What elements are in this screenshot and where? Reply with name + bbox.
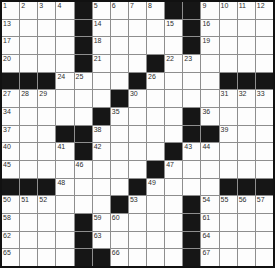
clue-number-14: 14 <box>94 20 102 28</box>
cell-r11c4[interactable]: 48 <box>56 179 73 196</box>
cell-r15c3[interactable] <box>38 249 55 266</box>
cell-r4c13[interactable] <box>220 55 237 72</box>
clue-number-27: 27 <box>3 90 11 98</box>
cell-r10c7[interactable] <box>111 161 128 178</box>
cell-r3c12[interactable]: 19 <box>201 37 218 54</box>
cell-r6c15[interactable]: 33 <box>256 90 273 107</box>
black-cell-r5c13 <box>220 73 237 90</box>
cell-r4c1[interactable]: 20 <box>2 55 19 72</box>
clue-number-11: 11 <box>239 2 246 10</box>
cell-r13c12[interactable]: 61 <box>201 214 218 231</box>
cell-r6c10[interactable] <box>165 90 182 107</box>
clue-number-67: 67 <box>202 249 210 257</box>
cell-r11c11[interactable] <box>183 179 200 196</box>
clue-number-3: 3 <box>39 2 43 10</box>
cell-r3c6[interactable]: 18 <box>93 37 110 54</box>
cell-r3c10[interactable] <box>165 37 182 54</box>
cell-r10c2[interactable] <box>20 161 37 178</box>
cell-r1c8[interactable]: 7 <box>129 2 146 19</box>
cell-r10c1[interactable]: 45 <box>2 161 19 178</box>
cell-r9c6[interactable]: 42 <box>93 143 110 160</box>
black-cell-r11c14 <box>238 179 255 196</box>
black-cell-r8c12 <box>201 126 218 143</box>
cell-r8c3[interactable] <box>38 126 55 143</box>
cell-r6c1[interactable]: 27 <box>2 90 19 107</box>
cell-r10c6[interactable] <box>93 161 110 178</box>
cell-r2c6[interactable]: 14 <box>93 20 110 37</box>
black-cell-r11c2 <box>20 179 37 196</box>
clue-number-33: 33 <box>257 90 265 98</box>
cell-r10c11[interactable] <box>183 161 200 178</box>
cell-r1c1[interactable]: 1 <box>2 2 19 19</box>
cell-r10c4[interactable] <box>56 161 73 178</box>
cell-r10c15[interactable] <box>256 161 273 178</box>
cell-r11c9[interactable]: 49 <box>147 179 164 196</box>
cell-r8c14[interactable] <box>238 126 255 143</box>
cell-r1c14[interactable]: 11 <box>238 2 255 19</box>
cell-r3c7[interactable] <box>111 37 128 54</box>
cell-r2c15[interactable] <box>256 20 273 37</box>
cell-r7c10[interactable] <box>165 108 182 125</box>
cell-r7c8[interactable] <box>129 108 146 125</box>
clue-number-60: 60 <box>112 214 120 222</box>
cell-r2c10[interactable]: 15 <box>165 20 182 37</box>
cell-r4c4[interactable] <box>56 55 73 72</box>
black-cell-r5c8 <box>129 73 146 90</box>
clue-number-37: 37 <box>3 126 11 134</box>
cell-r10c12[interactable] <box>201 161 218 178</box>
clue-number-16: 16 <box>202 20 210 28</box>
black-cell-r15c5 <box>75 249 92 266</box>
clue-number-35: 35 <box>112 108 120 116</box>
cell-r2c7[interactable] <box>111 20 128 37</box>
cell-r1c15[interactable]: 12 <box>256 2 273 19</box>
cell-r3c9[interactable] <box>147 37 164 54</box>
cell-r6c12[interactable] <box>201 90 218 107</box>
cell-r5c6[interactable] <box>93 73 110 90</box>
black-cell-r1c5 <box>75 2 92 19</box>
cell-r9c14[interactable] <box>238 143 255 160</box>
clue-number-6: 6 <box>112 2 116 10</box>
cell-r13c14[interactable] <box>238 214 255 231</box>
black-cell-r4c5 <box>75 55 92 72</box>
black-cell-r12c11 <box>183 196 200 213</box>
cell-r2c3[interactable] <box>38 20 55 37</box>
cell-r3c15[interactable] <box>256 37 273 54</box>
black-cell-r1c10 <box>165 2 182 19</box>
clue-number-10: 10 <box>221 2 229 10</box>
clue-number-29: 29 <box>39 90 47 98</box>
cell-r12c10[interactable] <box>165 196 182 213</box>
clue-number-36: 36 <box>202 108 210 116</box>
cell-r9c2[interactable] <box>20 143 37 160</box>
cell-r13c6[interactable]: 59 <box>93 214 110 231</box>
cell-r4c14[interactable] <box>238 55 255 72</box>
cell-r9c15[interactable] <box>256 143 273 160</box>
clue-number-59: 59 <box>94 214 102 222</box>
black-cell-r11c1 <box>2 179 19 196</box>
clue-number-43: 43 <box>184 143 192 151</box>
cell-r12c3[interactable]: 52 <box>38 196 55 213</box>
cell-r3c8[interactable] <box>129 37 146 54</box>
cell-r10c13[interactable] <box>220 161 237 178</box>
cell-r4c7[interactable] <box>111 55 128 72</box>
cell-r3c4[interactable] <box>56 37 73 54</box>
clue-number-61: 61 <box>202 214 210 222</box>
cell-r7c1[interactable]: 34 <box>2 108 19 125</box>
cell-r9c13[interactable] <box>220 143 237 160</box>
cell-r2c12[interactable]: 16 <box>201 20 218 37</box>
clue-number-65: 65 <box>3 249 11 257</box>
cell-r1c9[interactable]: 8 <box>147 2 164 19</box>
cell-r6c6[interactable] <box>93 90 110 107</box>
cell-r10c5[interactable]: 46 <box>75 161 92 178</box>
cell-r15c7[interactable]: 66 <box>111 249 128 266</box>
clue-number-9: 9 <box>202 2 206 10</box>
cell-r13c13[interactable] <box>220 214 237 231</box>
cell-r5c12[interactable] <box>201 73 218 90</box>
clue-number-32: 32 <box>239 90 247 98</box>
black-cell-r2c11 <box>183 20 200 37</box>
cell-r7c7[interactable]: 35 <box>111 108 128 125</box>
cell-r15c1[interactable]: 65 <box>2 249 19 266</box>
clue-number-22: 22 <box>166 55 174 63</box>
clue-number-62: 62 <box>3 232 11 240</box>
clue-number-7: 7 <box>130 2 134 10</box>
cell-r15c4[interactable] <box>56 249 73 266</box>
cell-r3c3[interactable] <box>38 37 55 54</box>
cell-r12c1[interactable]: 50 <box>2 196 19 213</box>
black-cell-r15c11 <box>183 249 200 266</box>
cell-r5c4[interactable]: 24 <box>56 73 73 90</box>
cell-r6c13[interactable]: 31 <box>220 90 237 107</box>
cell-r10c3[interactable] <box>38 161 55 178</box>
cell-r15c10[interactable] <box>165 249 182 266</box>
clue-number-31: 31 <box>221 90 229 98</box>
black-cell-r3c11 <box>183 37 200 54</box>
cell-r7c5[interactable] <box>75 108 92 125</box>
cell-r3c14[interactable] <box>238 37 255 54</box>
cell-r11c10[interactable] <box>165 179 182 196</box>
cell-r13c4[interactable] <box>56 214 73 231</box>
clue-number-12: 12 <box>257 2 265 10</box>
cell-r10c14[interactable] <box>238 161 255 178</box>
black-cell-r12c7 <box>111 196 128 213</box>
black-cell-r8c5 <box>75 126 92 143</box>
black-cell-r13c5 <box>75 214 92 231</box>
cell-r8c15[interactable] <box>256 126 273 143</box>
cell-r4c15[interactable] <box>256 55 273 72</box>
cell-r14c14[interactable] <box>238 232 255 249</box>
clue-number-56: 56 <box>239 196 247 204</box>
black-cell-r7c6 <box>93 108 110 125</box>
black-cell-r7c11 <box>183 108 200 125</box>
clue-number-57: 57 <box>257 196 265 204</box>
black-cell-r11c8 <box>129 179 146 196</box>
cell-r9c4[interactable]: 41 <box>56 143 73 160</box>
cell-r1c4[interactable]: 4 <box>56 2 73 19</box>
cell-r4c12[interactable] <box>201 55 218 72</box>
cell-r7c2[interactable] <box>20 108 37 125</box>
cell-r3c2[interactable] <box>20 37 37 54</box>
black-cell-r8c11 <box>183 126 200 143</box>
black-cell-r10c9 <box>147 161 164 178</box>
cell-r14c4[interactable] <box>56 232 73 249</box>
clue-number-54: 54 <box>202 196 210 204</box>
clue-number-21: 21 <box>94 55 102 63</box>
cell-r15c2[interactable] <box>20 249 37 266</box>
black-cell-r13c11 <box>183 214 200 231</box>
clue-number-2: 2 <box>21 2 25 10</box>
cell-r1c6[interactable]: 5 <box>93 2 110 19</box>
black-cell-r4c9 <box>147 55 164 72</box>
black-cell-r11c15 <box>256 179 273 196</box>
cell-r13c7[interactable]: 60 <box>111 214 128 231</box>
cell-r4c6[interactable]: 21 <box>93 55 110 72</box>
cell-r12c13[interactable]: 55 <box>220 196 237 213</box>
cell-r6c5[interactable] <box>75 90 92 107</box>
clue-number-1: 1 <box>3 2 7 10</box>
cell-r7c4[interactable] <box>56 108 73 125</box>
black-cell-r14c11 <box>183 232 200 249</box>
cell-r5c5[interactable]: 25 <box>75 73 92 90</box>
clue-number-5: 5 <box>94 2 98 10</box>
cell-r8c9[interactable] <box>147 126 164 143</box>
cell-r4c10[interactable]: 22 <box>165 55 182 72</box>
clue-number-48: 48 <box>57 179 65 187</box>
clue-number-49: 49 <box>148 179 156 187</box>
cell-r7c3[interactable] <box>38 108 55 125</box>
clue-number-44: 44 <box>202 143 210 151</box>
cell-r8c1[interactable]: 37 <box>2 126 19 143</box>
clue-number-26: 26 <box>148 73 156 81</box>
cell-r4c2[interactable] <box>20 55 37 72</box>
black-cell-r1c11 <box>183 2 200 19</box>
clue-number-23: 23 <box>184 55 192 63</box>
clue-number-30: 30 <box>130 90 138 98</box>
cell-r12c14[interactable]: 56 <box>238 196 255 213</box>
cell-r15c13[interactable] <box>220 249 237 266</box>
cell-r7c9[interactable] <box>147 108 164 125</box>
black-cell-r5c2 <box>20 73 37 90</box>
cell-r4c3[interactable] <box>38 55 55 72</box>
clue-number-28: 28 <box>21 90 29 98</box>
cell-r1c12[interactable]: 9 <box>201 2 218 19</box>
black-cell-r11c13 <box>220 179 237 196</box>
clue-number-52: 52 <box>39 196 47 204</box>
cell-r7c14[interactable] <box>238 108 255 125</box>
cell-r9c9[interactable] <box>147 143 164 160</box>
cell-r10c10[interactable]: 47 <box>165 161 182 178</box>
black-cell-r2c5 <box>75 20 92 37</box>
cell-r5c7[interactable] <box>111 73 128 90</box>
cell-r13c10[interactable] <box>165 214 182 231</box>
cell-r13c8[interactable] <box>129 214 146 231</box>
black-cell-r5c14 <box>238 73 255 90</box>
clue-number-63: 63 <box>94 232 102 240</box>
cell-r7c13[interactable] <box>220 108 237 125</box>
clue-number-13: 13 <box>3 20 11 28</box>
cell-r11c12[interactable] <box>201 179 218 196</box>
cell-r8c2[interactable] <box>20 126 37 143</box>
cell-r6c14[interactable]: 32 <box>238 90 255 107</box>
cell-r2c2[interactable] <box>20 20 37 37</box>
cell-r5c10[interactable] <box>165 73 182 90</box>
clue-number-4: 4 <box>57 2 61 10</box>
cell-r12c8[interactable]: 53 <box>129 196 146 213</box>
cell-r8c10[interactable] <box>165 126 182 143</box>
black-cell-r6c7 <box>111 90 128 107</box>
clue-number-15: 15 <box>166 20 174 28</box>
clue-number-41: 41 <box>57 143 65 151</box>
cell-r13c3[interactable] <box>38 214 55 231</box>
cell-r10c8[interactable] <box>129 161 146 178</box>
cell-r8c8[interactable] <box>129 126 146 143</box>
cell-r3c13[interactable] <box>220 37 237 54</box>
cell-r14c2[interactable] <box>20 232 37 249</box>
cell-r9c3[interactable] <box>38 143 55 160</box>
clue-number-53: 53 <box>130 196 138 204</box>
cell-r1c7[interactable]: 6 <box>111 2 128 19</box>
cell-r9c12[interactable]: 44 <box>201 143 218 160</box>
cell-r3c1[interactable]: 17 <box>2 37 19 54</box>
clue-number-40: 40 <box>3 143 11 151</box>
cell-r12c12[interactable]: 54 <box>201 196 218 213</box>
black-cell-r14c5 <box>75 232 92 249</box>
clue-number-18: 18 <box>94 37 102 45</box>
cell-r7c15[interactable] <box>256 108 273 125</box>
cell-r12c6[interactable] <box>93 196 110 213</box>
cell-r2c8[interactable] <box>129 20 146 37</box>
cell-r2c13[interactable] <box>220 20 237 37</box>
cell-r6c3[interactable]: 29 <box>38 90 55 107</box>
cell-r14c6[interactable]: 63 <box>93 232 110 249</box>
black-cell-r9c5 <box>75 143 92 160</box>
cell-r12c9[interactable] <box>147 196 164 213</box>
crossword-grid: 1234567891011121314151617181920212223242… <box>0 0 275 268</box>
cell-r14c12[interactable]: 64 <box>201 232 218 249</box>
cell-r13c2[interactable] <box>20 214 37 231</box>
cell-r6c9[interactable] <box>147 90 164 107</box>
cell-r2c9[interactable] <box>147 20 164 37</box>
clue-number-51: 51 <box>21 196 29 204</box>
cell-r15c12[interactable]: 67 <box>201 249 218 266</box>
cell-r11c5[interactable] <box>75 179 92 196</box>
clue-number-47: 47 <box>166 161 174 169</box>
cell-r14c10[interactable] <box>165 232 182 249</box>
cell-r6c4[interactable] <box>56 90 73 107</box>
cell-r5c11[interactable] <box>183 73 200 90</box>
cell-r14c9[interactable] <box>147 232 164 249</box>
black-cell-r11c3 <box>38 179 55 196</box>
cell-r2c1[interactable]: 13 <box>2 20 19 37</box>
cell-r8c6[interactable]: 38 <box>93 126 110 143</box>
clue-number-39: 39 <box>221 126 229 134</box>
cell-r15c15[interactable] <box>256 249 273 266</box>
cell-r12c2[interactable]: 51 <box>20 196 37 213</box>
clue-number-20: 20 <box>3 55 11 63</box>
cell-r1c13[interactable]: 10 <box>220 2 237 19</box>
black-cell-r9c10 <box>165 143 182 160</box>
cell-r9c7[interactable] <box>111 143 128 160</box>
cell-r2c14[interactable] <box>238 20 255 37</box>
clue-number-17: 17 <box>3 37 11 45</box>
cell-r13c15[interactable] <box>256 214 273 231</box>
cell-r5c9[interactable]: 26 <box>147 73 164 90</box>
clue-number-50: 50 <box>3 196 11 204</box>
black-cell-r5c1 <box>2 73 19 90</box>
cell-r14c1[interactable]: 62 <box>2 232 19 249</box>
clue-number-46: 46 <box>76 161 84 169</box>
cell-r14c8[interactable] <box>129 232 146 249</box>
cell-r12c4[interactable] <box>56 196 73 213</box>
cell-r8c7[interactable] <box>111 126 128 143</box>
clue-number-64: 64 <box>202 232 210 240</box>
clue-number-45: 45 <box>3 161 11 169</box>
clue-number-19: 19 <box>202 37 210 45</box>
clue-number-42: 42 <box>94 143 102 151</box>
black-cell-r3c5 <box>75 37 92 54</box>
black-cell-r15c6 <box>93 249 110 266</box>
cell-r9c1[interactable]: 40 <box>2 143 19 160</box>
cell-r8c13[interactable]: 39 <box>220 126 237 143</box>
cell-r14c15[interactable] <box>256 232 273 249</box>
cell-r4c11[interactable]: 23 <box>183 55 200 72</box>
cell-r15c8[interactable] <box>129 249 146 266</box>
cell-r13c1[interactable]: 58 <box>2 214 19 231</box>
cell-r14c3[interactable] <box>38 232 55 249</box>
clue-number-38: 38 <box>94 126 102 134</box>
black-cell-r5c15 <box>256 73 273 90</box>
cell-r15c9[interactable] <box>147 249 164 266</box>
cell-r11c6[interactable] <box>93 179 110 196</box>
cell-r6c8[interactable]: 30 <box>129 90 146 107</box>
cell-r12c5[interactable] <box>75 196 92 213</box>
cell-r2c4[interactable] <box>56 20 73 37</box>
clue-number-55: 55 <box>221 196 229 204</box>
clue-number-8: 8 <box>148 2 152 10</box>
clue-number-58: 58 <box>3 214 11 222</box>
black-cell-r8c4 <box>56 126 73 143</box>
black-cell-r5c3 <box>38 73 55 90</box>
cell-r15c14[interactable] <box>238 249 255 266</box>
cell-r9c11[interactable]: 43 <box>183 143 200 160</box>
cell-r14c13[interactable] <box>220 232 237 249</box>
clue-number-24: 24 <box>57 73 65 81</box>
cell-r13c9[interactable] <box>147 214 164 231</box>
clue-number-66: 66 <box>112 249 120 257</box>
cell-r6c11[interactable] <box>183 90 200 107</box>
cell-r7c12[interactable]: 36 <box>201 108 218 125</box>
cell-r1c2[interactable]: 2 <box>20 2 37 19</box>
clue-number-34: 34 <box>3 108 11 116</box>
cell-r6c2[interactable]: 28 <box>20 90 37 107</box>
cell-r11c7[interactable] <box>111 179 128 196</box>
cell-r4c8[interactable] <box>129 55 146 72</box>
cell-r14c7[interactable] <box>111 232 128 249</box>
cell-r1c3[interactable]: 3 <box>38 2 55 19</box>
clue-number-25: 25 <box>76 73 84 81</box>
cell-r9c8[interactable] <box>129 143 146 160</box>
cell-r12c15[interactable]: 57 <box>256 196 273 213</box>
